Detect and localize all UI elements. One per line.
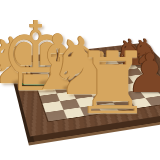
pieces-layer: ♞♞♟♟♞♚♝♞♜ (0, 0, 160, 160)
chess-set-photo: ♞♞♟♟♞♚♝♞♜ (0, 0, 160, 160)
piece-white-rook-f1: ♜ (74, 40, 151, 126)
